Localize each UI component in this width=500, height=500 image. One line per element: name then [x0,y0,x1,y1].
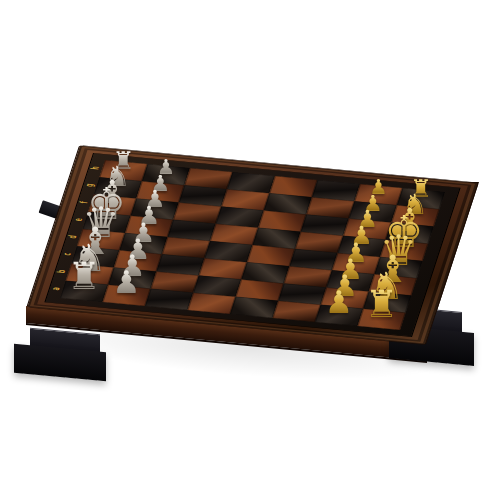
gold-rook-a8[interactable]: ♜ [365,286,398,323]
gold-pawn-a7[interactable]: ♟ [325,287,353,318]
product-photo-scene: abcdefgh ♜♞♝♛♚♝♞♜♟♟♟♟♟♟♟♟♟♟♟♟♟♟♟♟♜♞♝♛♚♝♞… [0,0,500,500]
silver-rook-a1[interactable]: ♜ [67,258,100,295]
silver-pawn-a2[interactable]: ♟ [113,267,141,298]
